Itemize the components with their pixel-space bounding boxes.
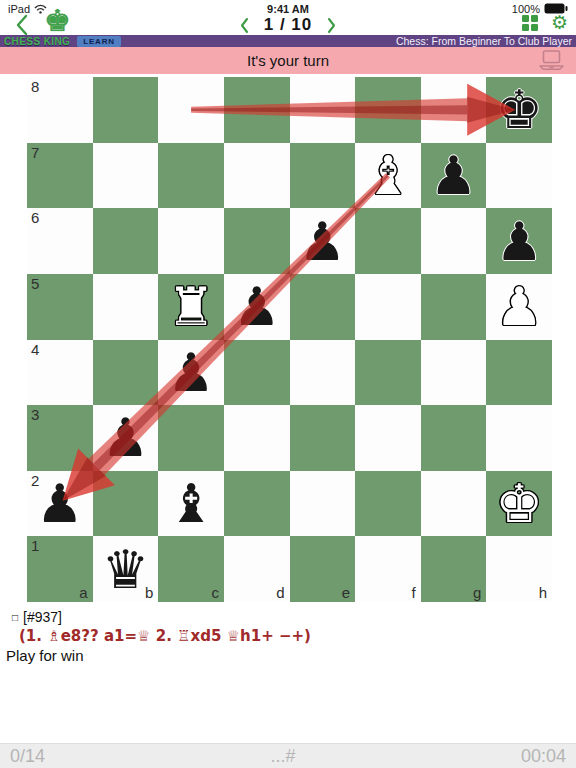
piece-bp-d5[interactable]: ♟ xyxy=(224,274,290,340)
square-b7[interactable] xyxy=(93,143,159,209)
square-f5[interactable] xyxy=(355,274,421,340)
piece-bp-a2[interactable]: ♟ xyxy=(27,471,93,537)
piece-wk-h2[interactable]: ♚ xyxy=(486,471,552,537)
piece-bp-c4[interactable]: ♟ xyxy=(158,340,224,406)
square-g2[interactable] xyxy=(421,471,487,537)
square-e5[interactable] xyxy=(290,274,356,340)
chess-board[interactable]: 87654321abcdefgh ♚♝♟♟♟♜♟♟♟♟♟♝♚♛ xyxy=(27,77,552,602)
clock-label: 9:41 AM xyxy=(0,3,576,15)
instruction-text: Play for win xyxy=(6,647,570,664)
white-to-move-icon: □ xyxy=(12,612,18,623)
square-d3[interactable] xyxy=(224,405,290,471)
score-label: 0/14 xyxy=(10,746,45,767)
puzzle-id-label: [#937] xyxy=(23,609,62,625)
puzzle-pager: 1 / 10 xyxy=(0,15,576,35)
piece-bk-h8[interactable]: ♚ xyxy=(486,77,552,143)
square-c1[interactable]: c xyxy=(158,536,224,602)
square-f1[interactable]: f xyxy=(355,536,421,602)
square-e8[interactable] xyxy=(290,77,356,143)
piece-bp-e6[interactable]: ♟ xyxy=(290,208,356,274)
square-h3[interactable] xyxy=(486,405,552,471)
rank-label-1: 1 xyxy=(31,537,39,554)
square-f8[interactable] xyxy=(355,77,421,143)
file-label-a: a xyxy=(79,584,87,601)
square-e1[interactable]: e xyxy=(290,536,356,602)
rank-label-5: 5 xyxy=(31,275,39,292)
file-label-c: c xyxy=(211,584,219,601)
chessking-wordmark: CHESS KING xyxy=(4,36,70,47)
square-d7[interactable] xyxy=(224,143,290,209)
bottom-bar: 0/14 ...# 00:04 xyxy=(0,743,576,768)
square-g3[interactable] xyxy=(421,405,487,471)
square-b6[interactable] xyxy=(93,208,159,274)
square-a1[interactable]: 1a xyxy=(27,536,93,602)
page-indicator: 1 / 10 xyxy=(264,15,313,35)
square-b4[interactable] xyxy=(93,340,159,406)
square-d4[interactable] xyxy=(224,340,290,406)
rank-label-6: 6 xyxy=(31,209,39,226)
rank-label-4: 4 xyxy=(31,341,39,358)
file-label-e: e xyxy=(342,584,350,601)
square-e3[interactable] xyxy=(290,405,356,471)
square-g6[interactable] xyxy=(421,208,487,274)
piece-bq-b1[interactable]: ♛ xyxy=(93,536,159,602)
variation-text: (1. ♗e8?? a1=♕ 2. ♖xd5 ♕h1+ −+) xyxy=(19,627,570,645)
square-h7[interactable] xyxy=(486,143,552,209)
grid-icon[interactable] xyxy=(522,15,538,31)
square-h1[interactable]: h xyxy=(486,536,552,602)
piece-wb-f7[interactable]: ♝ xyxy=(355,143,421,209)
piece-bb-c2[interactable]: ♝ xyxy=(158,471,224,537)
next-chevron-icon[interactable] xyxy=(326,17,337,34)
square-d1[interactable]: d xyxy=(224,536,290,602)
prev-chevron-icon[interactable] xyxy=(239,17,250,34)
learn-badge: LEARN xyxy=(77,36,121,47)
hint-label: ...# xyxy=(270,746,295,767)
turn-banner-text: It's your turn xyxy=(247,52,329,69)
square-g8[interactable] xyxy=(421,77,487,143)
piece-bp-h6[interactable]: ♟ xyxy=(486,208,552,274)
square-d2[interactable] xyxy=(224,471,290,537)
file-label-g: g xyxy=(473,584,481,601)
square-a5[interactable]: 5 xyxy=(27,274,93,340)
square-h4[interactable] xyxy=(486,340,552,406)
piece-wr-c5[interactable]: ♜ xyxy=(158,274,224,340)
square-e7[interactable] xyxy=(290,143,356,209)
square-a7[interactable]: 7 xyxy=(27,143,93,209)
brand-bar: CHESS KING LEARN Chess: From Beginner To… xyxy=(0,35,576,47)
square-c8[interactable] xyxy=(158,77,224,143)
timer-label: 00:04 xyxy=(521,746,566,767)
course-title: Chess: From Beginner To Club Player xyxy=(396,35,572,47)
rank-label-3: 3 xyxy=(31,406,39,423)
file-label-d: d xyxy=(276,584,284,601)
square-f3[interactable] xyxy=(355,405,421,471)
square-f6[interactable] xyxy=(355,208,421,274)
app-screen: iPad 9:41 AM 100% ♚ 1 / 10 xyxy=(0,0,576,768)
square-a4[interactable]: 4 xyxy=(27,340,93,406)
square-c3[interactable] xyxy=(158,405,224,471)
square-c6[interactable] xyxy=(158,208,224,274)
square-b2[interactable] xyxy=(93,471,159,537)
square-d8[interactable] xyxy=(224,77,290,143)
square-a6[interactable]: 6 xyxy=(27,208,93,274)
rank-label-7: 7 xyxy=(31,144,39,161)
square-e2[interactable] xyxy=(290,471,356,537)
square-e4[interactable] xyxy=(290,340,356,406)
square-a8[interactable]: 8 xyxy=(27,77,93,143)
square-b5[interactable] xyxy=(93,274,159,340)
piece-bp-b3[interactable]: ♟ xyxy=(93,405,159,471)
file-label-f: f xyxy=(412,584,416,601)
square-g4[interactable] xyxy=(421,340,487,406)
square-c7[interactable] xyxy=(158,143,224,209)
square-b8[interactable] xyxy=(93,77,159,143)
file-label-h: h xyxy=(539,584,547,601)
gear-icon[interactable]: ⚙ xyxy=(551,13,568,32)
rank-label-8: 8 xyxy=(31,78,39,95)
square-g1[interactable]: g xyxy=(421,536,487,602)
square-a3[interactable]: 3 xyxy=(27,405,93,471)
laptop-icon[interactable] xyxy=(538,50,565,71)
turn-banner: It's your turn xyxy=(0,47,576,74)
piece-wp-h5[interactable]: ♟ xyxy=(486,274,552,340)
nav-bar: ♚ 1 / 10 ⚙ xyxy=(0,15,576,35)
piece-bp-g7[interactable]: ♟ xyxy=(421,143,487,209)
annotation-panel: □ [#937] (1. ♗e8?? a1=♕ 2. ♖xd5 ♕h1+ −+)… xyxy=(6,609,570,664)
square-d6[interactable] xyxy=(224,208,290,274)
square-g5[interactable] xyxy=(421,274,487,340)
square-f2[interactable] xyxy=(355,471,421,537)
square-f4[interactable] xyxy=(355,340,421,406)
